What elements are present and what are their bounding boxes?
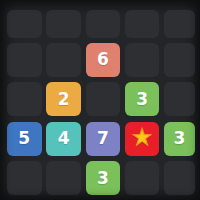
tile-number: 4 <box>58 130 70 147</box>
empty-cell-r2c5 <box>164 43 195 77</box>
star-tile[interactable]: ★ <box>125 122 160 156</box>
game-screen: 623547★33 <box>0 0 200 200</box>
empty-cell-r2c2 <box>46 43 81 77</box>
empty-cell-r3c5 <box>164 82 195 116</box>
tile-number: 5 <box>18 130 30 147</box>
empty-cell-r5c2 <box>46 161 81 195</box>
tile-number: 6 <box>97 51 109 68</box>
tile-number: 7 <box>97 130 109 147</box>
empty-cell-r5c1 <box>7 161 42 195</box>
game-board: 623547★33 <box>7 10 195 195</box>
tile-3[interactable]: 3 <box>86 161 121 195</box>
empty-cell-r1c3 <box>86 10 121 38</box>
empty-cell-r3c3 <box>86 82 121 116</box>
tile-number: 3 <box>174 130 186 147</box>
tile-3[interactable]: 3 <box>164 122 195 156</box>
empty-cell-r1c1 <box>7 10 42 38</box>
tile-6[interactable]: 6 <box>86 43 121 77</box>
tile-3[interactable]: 3 <box>125 82 160 116</box>
empty-cell-r2c1 <box>7 43 42 77</box>
empty-cell-r3c1 <box>7 82 42 116</box>
tile-number: 3 <box>97 170 109 187</box>
tile-2[interactable]: 2 <box>46 82 81 116</box>
star-icon: ★ <box>132 126 153 149</box>
empty-cell-r1c5 <box>164 10 195 38</box>
tile-7[interactable]: 7 <box>86 122 121 156</box>
tile-4[interactable]: 4 <box>46 122 81 156</box>
empty-cell-r5c4 <box>125 161 160 195</box>
empty-cell-r5c5 <box>164 161 195 195</box>
tile-5[interactable]: 5 <box>7 122 42 156</box>
empty-cell-r1c2 <box>46 10 81 38</box>
tile-number: 3 <box>136 91 148 108</box>
empty-cell-r1c4 <box>125 10 160 38</box>
empty-cell-r2c4 <box>125 43 160 77</box>
tile-number: 2 <box>58 91 70 108</box>
